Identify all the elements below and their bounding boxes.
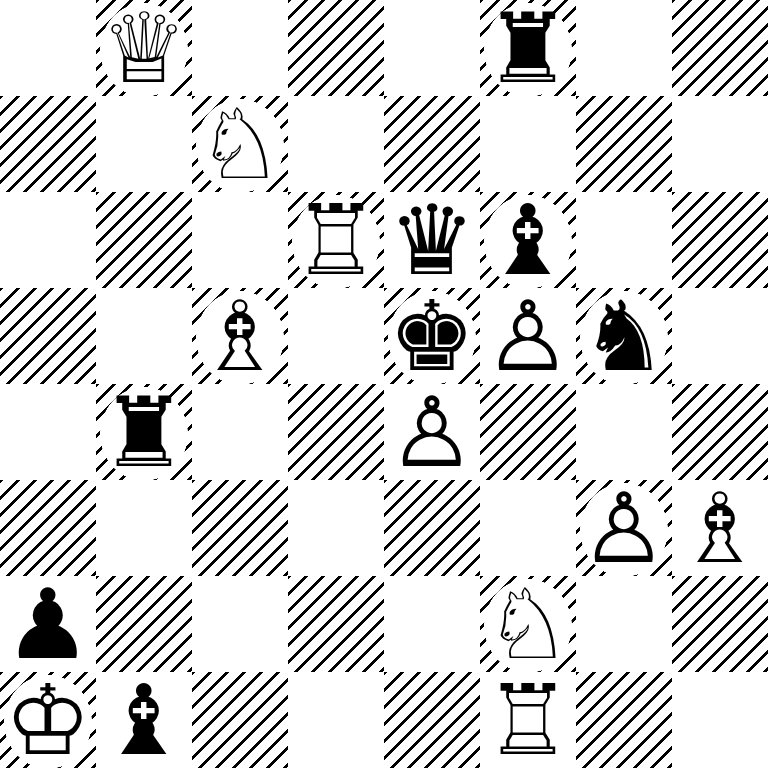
square-a2[interactable]: ♟ <box>0 576 96 672</box>
square-h4[interactable] <box>672 384 768 480</box>
square-g3[interactable]: ♙ <box>576 480 672 576</box>
square-d8[interactable] <box>288 0 384 96</box>
square-f7[interactable] <box>480 96 576 192</box>
square-g1[interactable] <box>576 672 672 768</box>
square-f3[interactable] <box>480 480 576 576</box>
square-e3[interactable] <box>384 480 480 576</box>
piece-white-rook: ♖ <box>288 192 384 288</box>
piece-black-king: ♚ <box>384 288 480 384</box>
piece-black-bishop: ♝ <box>96 672 192 768</box>
square-e1[interactable] <box>384 672 480 768</box>
square-b4[interactable]: ♜ <box>96 384 192 480</box>
piece-black-knight: ♞ <box>576 288 672 384</box>
square-g4[interactable] <box>576 384 672 480</box>
square-g8[interactable] <box>576 0 672 96</box>
square-e8[interactable] <box>384 0 480 96</box>
square-g7[interactable] <box>576 96 672 192</box>
square-b2[interactable] <box>96 576 192 672</box>
piece-white-pawn: ♙ <box>384 384 480 480</box>
square-a3[interactable] <box>0 480 96 576</box>
chess-board: ♕♜♘♖♛♝♗♚♙♞♜♙♙♗♟♘♔♝♖ <box>0 0 768 768</box>
square-g6[interactable] <box>576 192 672 288</box>
square-e4[interactable]: ♙ <box>384 384 480 480</box>
square-a1[interactable]: ♔ <box>0 672 96 768</box>
piece-black-rook: ♜ <box>96 384 192 480</box>
square-a6[interactable] <box>0 192 96 288</box>
square-e2[interactable] <box>384 576 480 672</box>
square-c5[interactable]: ♗ <box>192 288 288 384</box>
square-h3[interactable]: ♗ <box>672 480 768 576</box>
square-c2[interactable] <box>192 576 288 672</box>
square-d5[interactable] <box>288 288 384 384</box>
square-b1[interactable]: ♝ <box>96 672 192 768</box>
square-a7[interactable] <box>0 96 96 192</box>
square-c4[interactable] <box>192 384 288 480</box>
piece-black-queen: ♛ <box>384 192 480 288</box>
square-h6[interactable] <box>672 192 768 288</box>
square-b7[interactable] <box>96 96 192 192</box>
square-e5[interactable]: ♚ <box>384 288 480 384</box>
piece-white-queen: ♕ <box>96 0 192 96</box>
square-e6[interactable]: ♛ <box>384 192 480 288</box>
piece-white-bishop: ♗ <box>672 480 768 576</box>
square-d2[interactable] <box>288 576 384 672</box>
square-h7[interactable] <box>672 96 768 192</box>
piece-black-pawn: ♟ <box>0 576 96 672</box>
square-b3[interactable] <box>96 480 192 576</box>
piece-white-pawn: ♙ <box>576 480 672 576</box>
piece-white-pawn: ♙ <box>480 288 576 384</box>
square-h8[interactable] <box>672 0 768 96</box>
square-c6[interactable] <box>192 192 288 288</box>
square-e7[interactable] <box>384 96 480 192</box>
piece-white-knight: ♘ <box>192 96 288 192</box>
square-g2[interactable] <box>576 576 672 672</box>
square-f8[interactable]: ♜ <box>480 0 576 96</box>
square-c8[interactable] <box>192 0 288 96</box>
square-a4[interactable] <box>0 384 96 480</box>
square-b8[interactable]: ♕ <box>96 0 192 96</box>
square-d1[interactable] <box>288 672 384 768</box>
square-c3[interactable] <box>192 480 288 576</box>
square-c1[interactable] <box>192 672 288 768</box>
square-f4[interactable] <box>480 384 576 480</box>
square-d7[interactable] <box>288 96 384 192</box>
square-h2[interactable] <box>672 576 768 672</box>
square-c7[interactable]: ♘ <box>192 96 288 192</box>
piece-white-bishop: ♗ <box>192 288 288 384</box>
square-f1[interactable]: ♖ <box>480 672 576 768</box>
piece-white-knight: ♘ <box>480 576 576 672</box>
square-d3[interactable] <box>288 480 384 576</box>
piece-white-king: ♔ <box>0 672 96 768</box>
square-b5[interactable] <box>96 288 192 384</box>
square-h5[interactable] <box>672 288 768 384</box>
piece-white-rook: ♖ <box>480 672 576 768</box>
square-d4[interactable] <box>288 384 384 480</box>
square-h1[interactable] <box>672 672 768 768</box>
square-f6[interactable]: ♝ <box>480 192 576 288</box>
square-a8[interactable] <box>0 0 96 96</box>
square-d6[interactable]: ♖ <box>288 192 384 288</box>
square-a5[interactable] <box>0 288 96 384</box>
square-b6[interactable] <box>96 192 192 288</box>
square-g5[interactable]: ♞ <box>576 288 672 384</box>
piece-black-bishop: ♝ <box>480 192 576 288</box>
square-f5[interactable]: ♙ <box>480 288 576 384</box>
piece-black-rook: ♜ <box>480 0 576 96</box>
square-f2[interactable]: ♘ <box>480 576 576 672</box>
